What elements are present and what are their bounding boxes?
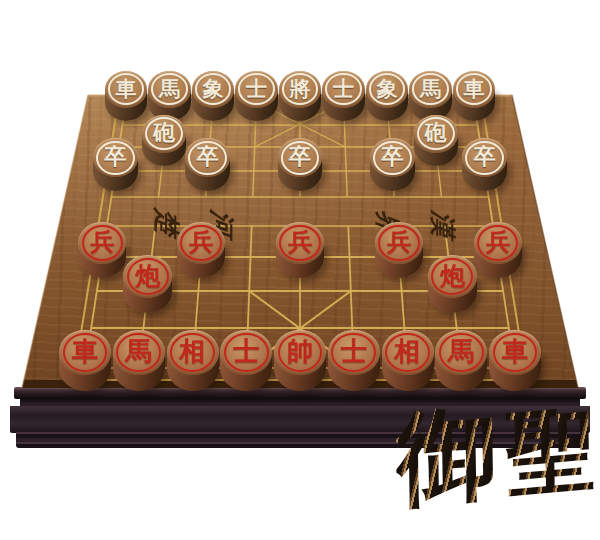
piece-character: 將 xyxy=(279,71,321,108)
piece-top-face: 士 xyxy=(220,330,272,376)
piece-character: 士 xyxy=(328,330,380,376)
piece-red-cannon[interactable]: 炮 xyxy=(123,255,172,313)
piece-red-general[interactable]: 帥 xyxy=(274,330,326,391)
piece-character: 馬 xyxy=(435,330,487,376)
piece-character: 馬 xyxy=(148,71,190,108)
piece-top-face: 車 xyxy=(489,330,541,376)
piece-character: 卒 xyxy=(185,138,230,177)
piece-top-face: 卒 xyxy=(278,138,323,177)
piece-red-horse[interactable]: 馬 xyxy=(113,330,165,391)
piece-red-soldier[interactable]: 兵 xyxy=(375,222,423,278)
piece-character: 兵 xyxy=(474,222,522,264)
piece-character: 車 xyxy=(453,71,495,108)
piece-top-face: 將 xyxy=(279,71,321,108)
piece-top-face: 士 xyxy=(322,71,364,108)
piece-top-face: 砲 xyxy=(414,115,458,154)
piece-character: 象 xyxy=(192,71,234,108)
watermark-char-2: 聖 xyxy=(505,404,596,502)
piece-character: 卒 xyxy=(370,138,415,177)
piece-top-face: 帥 xyxy=(274,330,326,376)
piece-top-face: 馬 xyxy=(409,71,451,108)
piece-character: 車 xyxy=(489,330,541,376)
piece-character: 卒 xyxy=(93,138,138,177)
piece-black-advisor[interactable]: 士 xyxy=(322,71,364,121)
piece-character: 相 xyxy=(167,330,219,376)
piece-top-face: 相 xyxy=(382,330,434,376)
piece-top-face: 象 xyxy=(192,71,234,108)
xiangqi-set-photo: 楚河界漢 車馬象士將士象馬車砲砲卒卒卒卒卒兵兵兵兵兵炮炮車馬相士帥士相馬車 御 … xyxy=(0,0,600,540)
piece-top-face: 馬 xyxy=(435,330,487,376)
piece-top-face: 象 xyxy=(366,71,408,108)
piece-character: 兵 xyxy=(177,222,225,264)
base-molding-body xyxy=(10,406,590,433)
piece-character: 卒 xyxy=(278,138,323,177)
piece-black-elephant[interactable]: 象 xyxy=(192,71,234,121)
piece-top-face: 卒 xyxy=(462,138,507,177)
piece-top-face: 兵 xyxy=(375,222,423,264)
piece-black-chariot[interactable]: 車 xyxy=(453,71,495,121)
piece-character: 相 xyxy=(382,330,434,376)
piece-top-face: 卒 xyxy=(93,138,138,177)
piece-top-face: 炮 xyxy=(428,255,477,298)
piece-red-elephant[interactable]: 相 xyxy=(382,330,434,391)
piece-character: 兵 xyxy=(276,222,324,264)
piece-top-face: 車 xyxy=(59,330,111,376)
piece-red-soldier[interactable]: 兵 xyxy=(177,222,225,278)
piece-red-chariot[interactable]: 車 xyxy=(59,330,111,391)
piece-top-face: 砲 xyxy=(142,115,186,154)
piece-top-face: 兵 xyxy=(78,222,126,264)
piece-black-cannon[interactable]: 砲 xyxy=(414,115,458,167)
piece-top-face: 兵 xyxy=(177,222,225,264)
piece-character: 卒 xyxy=(462,138,507,177)
piece-black-soldier[interactable]: 卒 xyxy=(93,138,138,191)
piece-top-face: 車 xyxy=(453,71,495,108)
piece-red-cannon[interactable]: 炮 xyxy=(428,255,477,313)
piece-character: 炮 xyxy=(123,255,172,298)
piece-character: 士 xyxy=(322,71,364,108)
river-char-han: 漢 xyxy=(429,209,457,240)
piece-character: 士 xyxy=(220,330,272,376)
piece-character: 帥 xyxy=(274,330,326,376)
piece-character: 兵 xyxy=(375,222,423,264)
piece-character: 炮 xyxy=(428,255,477,298)
piece-top-face: 士 xyxy=(328,330,380,376)
piece-red-advisor[interactable]: 士 xyxy=(328,330,380,391)
piece-red-soldier[interactable]: 兵 xyxy=(474,222,522,278)
piece-black-general[interactable]: 將 xyxy=(279,71,321,121)
piece-top-face: 車 xyxy=(105,71,147,108)
piece-black-soldier[interactable]: 卒 xyxy=(462,138,507,191)
piece-red-soldier[interactable]: 兵 xyxy=(78,222,126,278)
piece-top-face: 炮 xyxy=(123,255,172,298)
piece-red-chariot[interactable]: 車 xyxy=(489,330,541,391)
piece-red-horse[interactable]: 馬 xyxy=(435,330,487,391)
piece-black-chariot[interactable]: 車 xyxy=(105,71,147,121)
base-molding-foot xyxy=(16,432,584,448)
piece-red-advisor[interactable]: 士 xyxy=(220,330,272,391)
piece-character: 砲 xyxy=(142,115,186,154)
piece-character: 士 xyxy=(235,71,277,108)
piece-red-soldier[interactable]: 兵 xyxy=(276,222,324,278)
piece-top-face: 卒 xyxy=(185,138,230,177)
watermark-char-1: 御 xyxy=(395,401,498,512)
piece-black-advisor[interactable]: 士 xyxy=(235,71,277,121)
piece-character: 車 xyxy=(59,330,111,376)
piece-top-face: 馬 xyxy=(113,330,165,376)
piece-black-soldier[interactable]: 卒 xyxy=(278,138,323,191)
piece-character: 砲 xyxy=(414,115,458,154)
piece-character: 象 xyxy=(366,71,408,108)
piece-character: 馬 xyxy=(409,71,451,108)
piece-red-elephant[interactable]: 相 xyxy=(167,330,219,391)
piece-character: 兵 xyxy=(78,222,126,264)
piece-black-elephant[interactable]: 象 xyxy=(366,71,408,121)
piece-top-face: 士 xyxy=(235,71,277,108)
piece-black-cannon[interactable]: 砲 xyxy=(142,115,186,167)
piece-character: 車 xyxy=(105,71,147,108)
piece-black-horse[interactable]: 馬 xyxy=(148,71,190,121)
piece-top-face: 相 xyxy=(167,330,219,376)
piece-top-face: 卒 xyxy=(370,138,415,177)
piece-black-soldier[interactable]: 卒 xyxy=(370,138,415,191)
piece-top-face: 馬 xyxy=(148,71,190,108)
piece-black-soldier[interactable]: 卒 xyxy=(185,138,230,191)
piece-top-face: 兵 xyxy=(474,222,522,264)
piece-black-horse[interactable]: 馬 xyxy=(409,71,451,121)
piece-top-face: 兵 xyxy=(276,222,324,264)
piece-character: 馬 xyxy=(113,330,165,376)
